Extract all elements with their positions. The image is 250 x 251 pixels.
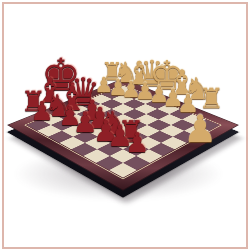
chess-set-product-photo[interactable]: ♜♝♚♟♞♝♟♛♟♟♟♞♟♟♜♟♜♞♝♛♚♝♞♜♟♟♟♟♟♟♟♟ [0, 0, 250, 251]
chess-board [41, 43, 205, 207]
board-face [7, 78, 239, 190]
